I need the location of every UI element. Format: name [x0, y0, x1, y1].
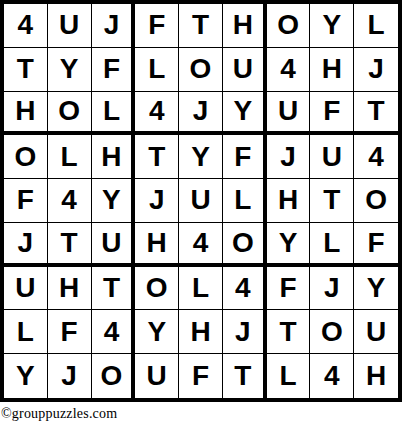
cell-r4c7: J [267, 135, 311, 179]
cell-r5c3: Y [92, 179, 136, 223]
cell-r7c9: Y [354, 267, 398, 311]
cell-r3c5: J [179, 92, 223, 136]
cell-r6c6: O [223, 223, 267, 267]
cell-r5c8: T [310, 179, 354, 223]
cell-r7c1: U [4, 267, 48, 311]
cell-r8c4: Y [135, 310, 179, 354]
cell-r5c1: F [4, 179, 48, 223]
cell-r6c2: T [48, 223, 92, 267]
cell-r6c4: H [135, 223, 179, 267]
cell-r4c4: T [135, 135, 179, 179]
cell-r4c1: O [4, 135, 48, 179]
cell-r6c8: L [310, 223, 354, 267]
cell-r1c3: J [92, 4, 136, 48]
cell-r9c5: F [179, 354, 223, 398]
cell-r1c8: Y [310, 4, 354, 48]
cell-r9c1: Y [4, 354, 48, 398]
cell-r8c1: L [4, 310, 48, 354]
cell-r7c7: F [267, 267, 311, 311]
cell-r2c9: J [354, 48, 398, 92]
cell-r3c3: L [92, 92, 136, 136]
cell-r3c1: H [4, 92, 48, 136]
cell-r9c3: O [92, 354, 136, 398]
cell-r2c3: F [92, 48, 136, 92]
cell-r5c4: J [135, 179, 179, 223]
copyright-text: ©grouppuzzles.com [1, 406, 402, 422]
cell-r8c7: T [267, 310, 311, 354]
cell-r9c2: J [48, 354, 92, 398]
cell-r8c2: F [48, 310, 92, 354]
cell-r2c8: H [310, 48, 354, 92]
cell-r3c7: U [267, 92, 311, 136]
cell-r3c4: 4 [135, 92, 179, 136]
cell-r9c9: H [354, 354, 398, 398]
cell-r4c2: L [48, 135, 92, 179]
cell-r2c5: O [179, 48, 223, 92]
cell-r1c2: U [48, 4, 92, 48]
cell-r7c2: H [48, 267, 92, 311]
cell-r4c5: Y [179, 135, 223, 179]
cell-r1c6: H [223, 4, 267, 48]
cell-r9c7: L [267, 354, 311, 398]
cell-r8c9: U [354, 310, 398, 354]
cell-r4c6: F [223, 135, 267, 179]
cell-r7c4: O [135, 267, 179, 311]
cell-r1c1: 4 [4, 4, 48, 48]
cell-r6c1: J [4, 223, 48, 267]
cell-r1c9: L [354, 4, 398, 48]
cell-r9c8: 4 [310, 354, 354, 398]
cell-r7c3: T [92, 267, 136, 311]
cell-r8c3: 4 [92, 310, 136, 354]
cell-r2c6: U [223, 48, 267, 92]
cell-r3c2: O [48, 92, 92, 136]
cell-r1c5: T [179, 4, 223, 48]
cell-r5c9: O [354, 179, 398, 223]
cell-r2c2: Y [48, 48, 92, 92]
cell-r8c6: J [223, 310, 267, 354]
cell-r3c8: F [310, 92, 354, 136]
cell-r4c8: U [310, 135, 354, 179]
cell-r5c5: U [179, 179, 223, 223]
cell-r8c5: H [179, 310, 223, 354]
cell-r1c7: O [267, 4, 311, 48]
puzzle-page: 4UJFTHOYLTYFLOU4HJHOL4JYUFTOLHTYFJU4F4YJ… [0, 0, 402, 424]
cell-r7c5: L [179, 267, 223, 311]
cell-r6c7: Y [267, 223, 311, 267]
cell-r9c4: U [135, 354, 179, 398]
cell-r3c9: T [354, 92, 398, 136]
cell-r4c9: 4 [354, 135, 398, 179]
cell-r5c6: L [223, 179, 267, 223]
cell-r6c9: F [354, 223, 398, 267]
sudoku-board: 4UJFTHOYLTYFLOU4HJHOL4JYUFTOLHTYFJU4F4YJ… [0, 0, 402, 402]
cell-r2c7: 4 [267, 48, 311, 92]
cell-r9c6: T [223, 354, 267, 398]
cell-r4c3: H [92, 135, 136, 179]
cell-r5c7: H [267, 179, 311, 223]
cell-r5c2: 4 [48, 179, 92, 223]
cell-r3c6: Y [223, 92, 267, 136]
cell-r6c5: 4 [179, 223, 223, 267]
cell-r7c8: J [310, 267, 354, 311]
cell-r1c4: F [135, 4, 179, 48]
cell-r7c6: 4 [223, 267, 267, 311]
cell-r8c8: O [310, 310, 354, 354]
cell-r6c3: U [92, 223, 136, 267]
cell-r2c1: T [4, 48, 48, 92]
cell-r2c4: L [135, 48, 179, 92]
